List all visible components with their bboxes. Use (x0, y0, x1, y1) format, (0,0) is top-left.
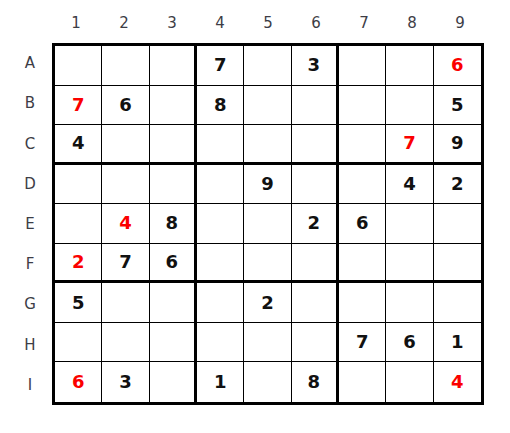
col-label-7: 7 (340, 10, 388, 36)
cell-A2[interactable] (102, 46, 149, 86)
cell-I9[interactable]: 4 (434, 362, 481, 402)
cell-E6[interactable]: 2 (292, 204, 339, 244)
cell-C8[interactable]: 7 (386, 125, 433, 165)
cell-G7[interactable] (339, 283, 386, 323)
cell-H3[interactable] (150, 323, 197, 363)
cell-C4[interactable] (197, 125, 244, 165)
cell-D6[interactable] (292, 165, 339, 205)
digit-A4: 7 (214, 56, 227, 74)
cell-A1[interactable] (55, 46, 102, 86)
digit-I9: 4 (451, 373, 464, 391)
cell-A5[interactable] (244, 46, 291, 86)
digit-E7: 6 (356, 214, 369, 232)
digit-A9: 6 (451, 56, 464, 74)
cell-G6[interactable] (292, 283, 339, 323)
row-label-B: B (0, 83, 52, 123)
cell-H2[interactable] (102, 323, 149, 363)
cell-D4[interactable] (197, 165, 244, 205)
digit-C8: 7 (403, 134, 416, 152)
cell-D1[interactable] (55, 165, 102, 205)
cell-A3[interactable] (150, 46, 197, 86)
cell-E1[interactable] (55, 204, 102, 244)
cell-H9[interactable]: 1 (434, 323, 481, 363)
sudoku-board: 736768547994248262765276163184 (52, 43, 484, 405)
digit-G5: 2 (261, 294, 274, 312)
cell-F1[interactable]: 2 (55, 244, 102, 284)
cell-B9[interactable]: 5 (434, 86, 481, 126)
digit-I2: 3 (119, 373, 132, 391)
cell-F4[interactable] (197, 244, 244, 284)
row-label-A: A (0, 43, 52, 83)
col-label-5: 5 (244, 10, 292, 36)
cell-I4[interactable]: 1 (197, 362, 244, 402)
cell-I6[interactable]: 8 (292, 362, 339, 402)
digit-I4: 1 (214, 373, 227, 391)
row-label-D: D (0, 164, 52, 204)
cell-I5[interactable] (244, 362, 291, 402)
cell-G4[interactable] (197, 283, 244, 323)
cell-B3[interactable] (150, 86, 197, 126)
col-label-9: 9 (436, 10, 484, 36)
cell-H8[interactable]: 6 (386, 323, 433, 363)
cell-H6[interactable] (292, 323, 339, 363)
cell-F3[interactable]: 6 (150, 244, 197, 284)
cell-H4[interactable] (197, 323, 244, 363)
digit-F1: 2 (72, 253, 85, 271)
digit-H8: 6 (403, 333, 416, 351)
cell-D3[interactable] (150, 165, 197, 205)
cell-I8[interactable] (386, 362, 433, 402)
cell-I7[interactable] (339, 362, 386, 402)
digit-A6: 3 (308, 56, 321, 74)
digit-E2: 4 (119, 214, 132, 232)
digit-C1: 4 (72, 134, 85, 152)
cell-B6[interactable] (292, 86, 339, 126)
col-label-2: 2 (100, 10, 148, 36)
cell-F7[interactable] (339, 244, 386, 284)
cell-G2[interactable] (102, 283, 149, 323)
digit-F2: 7 (119, 253, 132, 271)
sudoku-diagram: 123456789 ABCDEFGHI 73676854799424826276… (0, 0, 510, 433)
cell-E2[interactable]: 4 (102, 204, 149, 244)
cell-D2[interactable] (102, 165, 149, 205)
cell-I3[interactable] (150, 362, 197, 402)
cell-B1[interactable]: 7 (55, 86, 102, 126)
cell-A9[interactable]: 6 (434, 46, 481, 86)
col-label-1: 1 (52, 10, 100, 36)
digit-B4: 8 (214, 96, 227, 114)
cell-C9[interactable]: 9 (434, 125, 481, 165)
cell-G3[interactable] (150, 283, 197, 323)
cell-F5[interactable] (244, 244, 291, 284)
cell-F9[interactable] (434, 244, 481, 284)
row-label-G: G (0, 284, 52, 324)
digit-I6: 8 (308, 373, 321, 391)
digit-D9: 2 (451, 175, 464, 193)
row-label-F: F (0, 244, 52, 284)
cell-A7[interactable] (339, 46, 386, 86)
cell-C1[interactable]: 4 (55, 125, 102, 165)
digit-D5: 9 (261, 175, 274, 193)
cell-B7[interactable] (339, 86, 386, 126)
digit-B2: 6 (119, 96, 132, 114)
cell-D8[interactable]: 4 (386, 165, 433, 205)
digit-E6: 2 (308, 214, 321, 232)
cell-I1[interactable]: 6 (55, 362, 102, 402)
row-label-C: C (0, 123, 52, 163)
cell-C6[interactable] (292, 125, 339, 165)
cell-E5[interactable] (244, 204, 291, 244)
cell-D5[interactable]: 9 (244, 165, 291, 205)
cell-E9[interactable] (434, 204, 481, 244)
digit-B9: 5 (451, 96, 464, 114)
cell-B5[interactable] (244, 86, 291, 126)
cell-I2[interactable]: 3 (102, 362, 149, 402)
digit-G1: 5 (72, 294, 85, 312)
cell-G8[interactable] (386, 283, 433, 323)
cell-E3[interactable]: 8 (150, 204, 197, 244)
digit-I1: 6 (72, 373, 85, 391)
cell-G9[interactable] (434, 283, 481, 323)
cell-H1[interactable] (55, 323, 102, 363)
cell-C7[interactable] (339, 125, 386, 165)
digit-C9: 9 (451, 134, 464, 152)
digit-H7: 7 (356, 333, 369, 351)
cell-B8[interactable] (386, 86, 433, 126)
col-label-3: 3 (148, 10, 196, 36)
row-label-E: E (0, 204, 52, 244)
column-labels: 123456789 (52, 10, 484, 36)
cell-D9[interactable]: 2 (434, 165, 481, 205)
row-label-I: I (0, 365, 52, 405)
cell-E4[interactable] (197, 204, 244, 244)
digit-B1: 7 (72, 96, 85, 114)
cell-E8[interactable] (386, 204, 433, 244)
cell-G1[interactable]: 5 (55, 283, 102, 323)
cell-F6[interactable] (292, 244, 339, 284)
cell-H5[interactable] (244, 323, 291, 363)
digit-D8: 4 (403, 175, 416, 193)
cell-B4[interactable]: 8 (197, 86, 244, 126)
digit-H9: 1 (451, 333, 464, 351)
cell-E7[interactable]: 6 (339, 204, 386, 244)
digit-F3: 6 (166, 253, 179, 271)
cell-H7[interactable]: 7 (339, 323, 386, 363)
cell-C5[interactable] (244, 125, 291, 165)
cell-F8[interactable] (386, 244, 433, 284)
cell-A4[interactable]: 7 (197, 46, 244, 86)
cell-C3[interactable] (150, 125, 197, 165)
col-label-8: 8 (388, 10, 436, 36)
cell-F2[interactable]: 7 (102, 244, 149, 284)
cell-C2[interactable] (102, 125, 149, 165)
cell-B2[interactable]: 6 (102, 86, 149, 126)
cell-A8[interactable] (386, 46, 433, 86)
cell-G5[interactable]: 2 (244, 283, 291, 323)
digit-E3: 8 (166, 214, 179, 232)
col-label-4: 4 (196, 10, 244, 36)
row-label-H: H (0, 325, 52, 365)
col-label-6: 6 (292, 10, 340, 36)
row-labels: ABCDEFGHI (0, 43, 52, 405)
cell-A6[interactable]: 3 (292, 46, 339, 86)
cell-D7[interactable] (339, 165, 386, 205)
